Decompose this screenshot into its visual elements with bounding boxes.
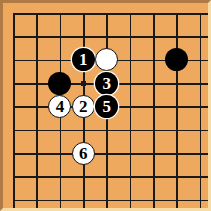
white-stone-move-4-c3r5: 4	[48, 95, 71, 118]
go-board-diagram: 134256	[0, 0, 211, 211]
black-stone-move-1-c4r3: 1	[72, 48, 95, 71]
white-stone-move-2-c4r5: 2	[72, 95, 95, 118]
black-stone-c3r4	[48, 72, 71, 95]
white-stone-move-6-c4r7: 6	[72, 142, 95, 165]
white-stone-c5r3	[95, 48, 118, 71]
black-stone-move-5-c5r5: 5	[95, 95, 118, 118]
stones-grid: 134256	[2, 2, 211, 211]
black-stone-move-3-c5r4: 3	[95, 72, 118, 95]
star-point	[81, 81, 86, 86]
black-stone-c8r3	[165, 48, 188, 71]
